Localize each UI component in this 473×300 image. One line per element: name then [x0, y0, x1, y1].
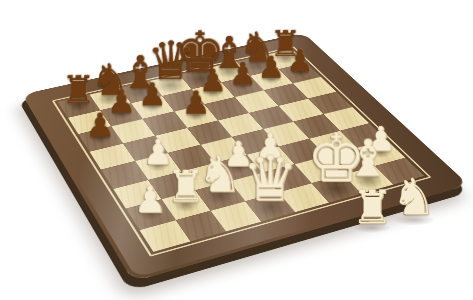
black-pawn-glyph: ♟ — [286, 45, 313, 75]
black-pawn-glyph: ♟ — [138, 78, 166, 110]
white-queen-glyph: ♛ — [242, 148, 298, 210]
black-pawn-glyph: ♟ — [258, 52, 285, 82]
off-board-white-rook: ♜ — [351, 184, 392, 230]
black-pawn-glyph: ♟ — [86, 109, 116, 142]
white-rook-glyph: ♜ — [166, 165, 205, 209]
black-pawn-glyph: ♟ — [229, 58, 257, 89]
off-board-white-knight: ♞ — [392, 172, 437, 222]
black-pawn-glyph: ♟ — [181, 87, 210, 119]
chess-set-photo: ♜♞♝♛♚♝♞♜♟♟♟♟♟♟♟♟♟♟♟♟♜♞♟♛♚♝ ♜ ♞ — [0, 0, 473, 300]
white-pawn-glyph: ♟ — [134, 181, 167, 217]
chess-board: ♜♞♝♛♚♝♞♜♟♟♟♟♟♟♟♟♟♟♟♟♜♞♟♛♚♝ — [22, 33, 469, 282]
black-rook-glyph: ♜ — [61, 70, 95, 108]
